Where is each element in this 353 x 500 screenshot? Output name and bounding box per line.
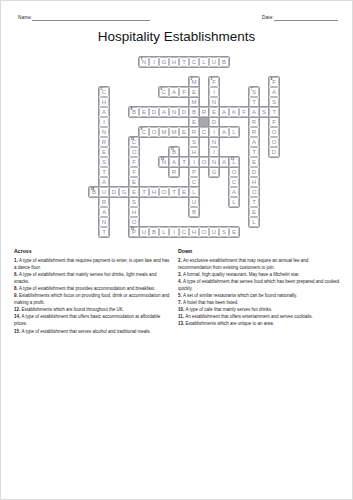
grid-cell-r8c2[interactable]: N <box>99 127 109 137</box>
cell-letter: G <box>120 188 128 198</box>
grid-cell-r10c17[interactable]: T <box>249 147 259 157</box>
grid-cell-r16c5[interactable]: H <box>129 207 139 217</box>
grid-cell-r11c10[interactable]: T <box>179 157 189 167</box>
grid-cell-r10c19[interactable]: D <box>269 147 279 157</box>
grid-cell-r10c11[interactable]: H <box>189 147 199 157</box>
grid-cell-r9c11[interactable]: S <box>189 137 199 147</box>
cell-letter: L <box>200 58 208 68</box>
grid-cell-r6c15[interactable]: K <box>229 107 239 117</box>
cell-letter: B <box>150 228 158 238</box>
cell-letter: K <box>230 108 238 118</box>
cell-letter: S <box>260 108 268 118</box>
cell-letter: N <box>170 108 178 118</box>
across-clue-12: 12. Establishments which are found throu… <box>14 306 172 313</box>
grid-cell-r13c5[interactable]: E <box>129 177 139 187</box>
grid-cell-r1c12[interactable]: L <box>199 57 209 67</box>
grid-cell-r14c1[interactable]: 14B <box>89 187 99 197</box>
grid-cell-r11c11[interactable]: I <box>189 157 199 167</box>
clue-number-13: 13 <box>231 158 235 161</box>
cell-letter: A <box>220 128 228 138</box>
grid-cell-r14c9[interactable]: T <box>169 187 179 197</box>
down-clues-section: Down 2. An exclusive establishment that … <box>178 248 342 328</box>
grid-cell-r18c14[interactable]: S <box>219 227 229 237</box>
cell-letter: O <box>160 188 168 198</box>
grid-cell-r4c8[interactable]: 6C <box>159 87 169 97</box>
blocked-cell-r7c12 <box>199 117 209 127</box>
grid-cell-r6c11[interactable]: B <box>189 107 199 117</box>
cell-letter: S <box>220 228 228 238</box>
cell-letter: F <box>240 108 248 118</box>
grid-cell-r4c13[interactable]: I <box>209 87 219 97</box>
cell-letter: L <box>230 198 238 208</box>
grid-cell-r8c13[interactable]: I <box>209 127 219 137</box>
clue-number-label: 1. <box>14 258 19 263</box>
cell-letter: T <box>180 158 188 168</box>
cell-letter: E <box>230 228 238 238</box>
grid-cell-r16c2[interactable]: A <box>99 207 109 217</box>
grid-cell-r4c11[interactable]: E <box>189 87 199 97</box>
clue-number-label: 7. <box>178 300 183 305</box>
grid-cell-r12c15[interactable]: O <box>229 167 239 177</box>
down-clue-list: 2. An exclusive establishment that may r… <box>178 257 342 328</box>
across-clue-8: 8. A type of establishment that provides… <box>14 285 172 292</box>
grid-cell-r6c8[interactable]: A <box>159 107 169 117</box>
grid-cell-r6c7[interactable]: D <box>149 107 159 117</box>
grid-cell-r18c9[interactable]: I <box>169 227 179 237</box>
cell-letter: H <box>170 58 178 68</box>
grid-cell-r9c13[interactable]: N <box>209 137 219 147</box>
grid-cell-r14c10[interactable]: E <box>179 187 189 197</box>
grid-cell-r14c8[interactable]: O <box>159 187 169 197</box>
grid-cell-r12c5[interactable]: F <box>129 167 139 177</box>
across-clue-list: 1. A type of establishment that requires… <box>14 257 172 335</box>
clue-number-8: 8 <box>131 108 133 111</box>
grid-cell-r11c5[interactable]: F <box>129 157 139 167</box>
grid-cell-r7c2[interactable]: I <box>99 117 109 127</box>
grid-cell-r4c2[interactable]: 5C <box>99 87 109 97</box>
grid-cell-r7c11[interactable]: E <box>189 117 199 127</box>
cell-letter: A <box>220 158 228 168</box>
clue-number-label: 6. <box>14 272 19 277</box>
grid-cell-r9c2[interactable]: R <box>99 137 109 147</box>
cell-letter: U <box>140 228 148 238</box>
grid-cell-r12c11[interactable]: P <box>189 167 199 177</box>
grid-cell-r3c13[interactable]: 3F <box>209 77 219 87</box>
cell-letter: L <box>230 128 238 138</box>
grid-cell-r14c3[interactable]: D <box>109 187 119 197</box>
grid-cell-r8c10[interactable]: E <box>179 127 189 137</box>
cell-letter: T <box>140 188 148 198</box>
grid-cell-r14c17[interactable]: O <box>249 187 259 197</box>
down-clue-5: 5. A set of similar restaurants which ca… <box>178 292 342 299</box>
grid-cell-r14c5[interactable]: E <box>129 187 139 197</box>
cell-letter: H <box>190 228 198 238</box>
cell-letter: O <box>200 158 208 168</box>
grid-cell-r17c17[interactable]: L <box>249 217 259 227</box>
clue-number-label: 13. <box>178 321 186 326</box>
grid-cell-r6c19[interactable]: T <box>269 107 279 117</box>
grid-cell-r18c5[interactable]: 15P <box>129 227 139 237</box>
grid-cell-r15c17[interactable]: T <box>249 197 259 207</box>
clue-number-4: 4 <box>271 78 273 81</box>
down-heading: Down <box>178 248 342 254</box>
grid-cell-r4c10[interactable]: F <box>179 87 189 97</box>
grid-cell-r12c17[interactable]: D <box>249 167 259 177</box>
grid-cell-r6c9[interactable]: N <box>169 107 179 117</box>
across-clues-section: Across 1. A type of establishment that r… <box>14 248 172 335</box>
cell-letter: O <box>200 228 208 238</box>
grid-cell-r6c2[interactable]: A <box>99 107 109 117</box>
grid-cell-r18c15[interactable]: E <box>229 227 239 237</box>
cell-letter: H <box>150 188 158 198</box>
cell-letter: L <box>250 218 258 228</box>
grid-cell-r6c5[interactable]: 8B <box>129 107 139 117</box>
cell-letter: T <box>170 188 178 198</box>
cell-letter: B <box>190 208 198 218</box>
grid-cell-r9c5[interactable]: 10C <box>129 137 139 147</box>
grid-cell-r5c13[interactable]: N <box>209 97 219 107</box>
grid-cell-r15c5[interactable]: S <box>129 197 139 207</box>
grid-cell-r12c13[interactable]: G <box>209 167 219 177</box>
down-clue-4: 4. A type of establishment that serves f… <box>178 278 342 292</box>
grid-cell-r14c6[interactable]: T <box>139 187 149 197</box>
grid-cell-r8c14[interactable]: A <box>219 127 229 137</box>
grid-cell-r7c17[interactable]: R <box>249 117 259 127</box>
grid-cell-r13c2[interactable]: A <box>99 177 109 187</box>
grid-cell-r12c9[interactable]: R <box>169 167 179 177</box>
grid-cell-r15c11[interactable]: U <box>189 197 199 207</box>
across-clue-9: 9. Establishments which focus on providi… <box>14 292 172 306</box>
grid-cell-r10c2[interactable]: E <box>99 147 109 157</box>
grid-cell-r3c19[interactable]: 4F <box>269 77 279 87</box>
clue-number-label: 5. <box>178 293 183 298</box>
grid-cell-r4c19[interactable]: A <box>269 87 279 97</box>
cell-letter: U <box>210 58 218 68</box>
cell-letter: G <box>210 168 218 178</box>
clue-number-label: 3. <box>178 272 183 277</box>
cell-letter: M <box>170 128 178 138</box>
grid-cell-r18c6[interactable]: U <box>139 227 149 237</box>
down-clue-11: 11. An establishment that offers enterta… <box>178 313 342 320</box>
grid-cell-r18c13[interactable]: U <box>209 227 219 237</box>
cell-letter: C <box>190 58 198 68</box>
clue-number-10: 10 <box>131 138 135 141</box>
grid-cell-r11c14[interactable]: A <box>219 157 229 167</box>
grid-cell-r8c8[interactable]: M <box>159 127 169 137</box>
grid-cell-r15c2[interactable]: R <box>99 197 109 207</box>
grid-cell-r18c12[interactable]: O <box>199 227 209 237</box>
down-clue-7: 7. A hotel that has been listed. <box>178 299 342 306</box>
grid-cell-r8c6[interactable]: 9C <box>139 127 149 137</box>
grid-cell-r6c12[interactable]: R <box>199 107 209 117</box>
cell-letter: E <box>180 128 188 138</box>
grid-cell-r14c7[interactable]: H <box>149 187 159 197</box>
cell-letter: T <box>100 228 108 238</box>
grid-cell-r1c14[interactable]: B <box>219 57 229 67</box>
across-clue-14: 14. A type of establishment that offers … <box>14 313 172 327</box>
grid-cell-r17c5[interactable]: O <box>129 217 139 227</box>
down-clue-10: 10. A type of cafe that mainly serves ho… <box>178 306 342 313</box>
grid-cell-r4c9[interactable]: A <box>169 87 179 97</box>
clue-number-1: 1 <box>141 58 143 61</box>
clue-number-12: 12 <box>161 158 165 161</box>
grid-cell-r11c8[interactable]: 12N <box>159 157 169 167</box>
grid-cell-r6c16[interactable]: F <box>239 107 249 117</box>
clue-number-14: 14 <box>91 188 95 191</box>
grid-cell-r7c19[interactable]: F <box>269 117 279 127</box>
grid-cell-r16c17[interactable]: E <box>249 207 259 217</box>
clue-number-5: 5 <box>101 88 103 91</box>
grid-cell-r3c11[interactable]: 2M <box>189 77 199 87</box>
worksheet-page: Name: Date: Hospitality Establishments 1… <box>0 0 353 500</box>
cell-letter: G <box>160 58 168 68</box>
cell-letter: C <box>180 228 188 238</box>
grid-cell-r6c6[interactable]: E <box>139 107 149 117</box>
grid-cell-r18c8[interactable]: L <box>159 227 169 237</box>
clue-number-label: 15. <box>14 329 22 334</box>
clue-number-15: 15 <box>131 228 135 231</box>
grid-cell-r1c11[interactable]: C <box>189 57 199 67</box>
grid-cell-r11c17[interactable]: E <box>249 157 259 167</box>
grid-cell-r1c10[interactable]: T <box>179 57 189 67</box>
cell-letter: A <box>170 88 178 98</box>
grid-cell-r5c11[interactable]: M <box>189 97 199 107</box>
grid-cell-r8c15[interactable]: L <box>229 127 239 137</box>
cell-letter: M <box>160 128 168 138</box>
grid-cell-r15c15[interactable]: L <box>229 197 239 207</box>
grid-cell-r14c15[interactable]: A <box>229 187 239 197</box>
cell-letter: D <box>110 188 118 198</box>
grid-cell-r1c8[interactable]: G <box>159 57 169 67</box>
grid-cell-r14c11[interactable]: L <box>189 187 199 197</box>
grid-cell-r9c17[interactable]: A <box>249 137 259 147</box>
grid-cell-r11c15[interactable]: 13L <box>229 157 239 167</box>
grid-cell-r12c2[interactable]: T <box>99 167 109 177</box>
grid-cell-r8c17[interactable]: R <box>249 127 259 137</box>
clue-number-9: 9 <box>141 128 143 131</box>
clue-number-6: 6 <box>161 88 163 91</box>
clue-number-2: 2 <box>191 78 193 81</box>
grid-cell-r13c11[interactable]: C <box>189 177 199 187</box>
grid-cell-r10c9[interactable]: 11B <box>169 147 179 157</box>
clue-number-label: 4. <box>178 279 183 284</box>
grid-cell-r6c10[interactable]: D <box>179 107 189 117</box>
grid-cell-r13c17[interactable]: H <box>249 177 259 187</box>
cell-letter: D <box>150 108 158 118</box>
grid-cell-r11c12[interactable]: O <box>199 157 209 167</box>
grid-cell-r6c17[interactable]: A <box>249 107 259 117</box>
cell-letter: I <box>170 228 178 238</box>
clue-number-7: 7 <box>251 88 253 91</box>
down-clue-3: 3. A formal, high quality restaurant. Ma… <box>178 271 342 278</box>
grid-cell-r6c18[interactable]: S <box>259 107 269 117</box>
grid-cell-r9c19[interactable]: O <box>269 137 279 147</box>
grid-cell-r1c9[interactable]: H <box>169 57 179 67</box>
grid-cell-r8c7[interactable]: O <box>149 127 159 137</box>
cell-letter: A <box>160 108 168 118</box>
grid-cell-r8c9[interactable]: M <box>169 127 179 137</box>
clue-number-label: 8. <box>14 286 19 291</box>
grid-cell-r11c9[interactable]: A <box>169 157 179 167</box>
grid-cell-r11c2[interactable]: S <box>99 157 109 167</box>
cell-letter: F <box>180 88 188 98</box>
cell-letter: T <box>180 58 188 68</box>
cell-letter: I <box>150 58 158 68</box>
grid-cell-r14c4[interactable]: G <box>119 187 129 197</box>
cell-letter: B <box>220 58 228 68</box>
grid-cell-r18c7[interactable]: B <box>149 227 159 237</box>
grid-cell-r11c13[interactable]: N <box>209 157 219 167</box>
clue-number-label: 12. <box>14 307 22 312</box>
grid-cell-r13c15[interactable]: C <box>229 177 239 187</box>
cell-letter: E <box>180 188 188 198</box>
clue-number-label: 9. <box>14 293 19 298</box>
across-clue-1: 1. A type of establishment that requires… <box>14 257 172 271</box>
cell-letter: O <box>150 128 158 138</box>
cell-letter: U <box>210 228 218 238</box>
grid-cell-r6c14[interactable]: A <box>219 107 229 117</box>
across-heading: Across <box>14 248 172 254</box>
grid-cell-r5c19[interactable]: S <box>269 97 279 107</box>
grid-cell-r8c19[interactable]: O <box>269 127 279 137</box>
grid-cell-r18c11[interactable]: H <box>189 227 199 237</box>
across-clue-15: 15. A type of establishment that serves … <box>14 328 172 335</box>
cell-letter: C <box>200 128 208 138</box>
grid-cell-r10c5[interactable]: O <box>129 147 139 157</box>
grid-cell-r6c13[interactable]: E <box>209 107 219 117</box>
cell-letter: D <box>180 108 188 118</box>
down-clue-13: 13. Establishments which are unique to a… <box>178 320 342 327</box>
cell-letter: E <box>140 108 148 118</box>
grid-cell-r10c13[interactable]: I <box>209 147 219 157</box>
clue-number-label: 11. <box>178 314 185 319</box>
cell-letter: L <box>160 228 168 238</box>
grid-cell-r5c17[interactable]: T <box>249 97 259 107</box>
cell-letter: D <box>270 148 278 158</box>
grid-cell-r17c2[interactable]: N <box>99 217 109 227</box>
grid-cell-r16c11[interactable]: B <box>189 207 199 217</box>
across-clue-6: 6. A type of establishment that mainly s… <box>14 271 172 285</box>
grid-cell-r5c2[interactable]: H <box>99 97 109 107</box>
grid-cell-r18c2[interactable]: T <box>99 227 109 237</box>
clue-number-label: 2. <box>178 258 183 263</box>
grid-cell-r1c6[interactable]: 1N <box>139 57 149 67</box>
cell-letter: R <box>170 168 178 178</box>
grid-cell-r1c7[interactable]: I <box>149 57 159 67</box>
grid-cell-r8c12[interactable]: C <box>199 127 209 137</box>
grid-cell-r14c2[interactable]: U <box>99 187 109 197</box>
down-clue-2: 2. An exclusive establishment that may r… <box>178 257 342 271</box>
clue-number-label: 14. <box>14 314 22 319</box>
clue-number-3: 3 <box>211 78 213 81</box>
cell-letter: A <box>220 108 228 118</box>
grid-cell-r7c13[interactable]: D <box>209 117 219 127</box>
clue-number-11: 11 <box>171 148 174 151</box>
grid-cell-r1c13[interactable]: U <box>209 57 219 67</box>
grid-cell-r18c10[interactable]: C <box>179 227 189 237</box>
clue-number-label: 10. <box>178 307 186 312</box>
grid-cell-r8c11[interactable]: R <box>189 127 199 137</box>
grid-cell-r4c17[interactable]: 7S <box>249 87 259 97</box>
